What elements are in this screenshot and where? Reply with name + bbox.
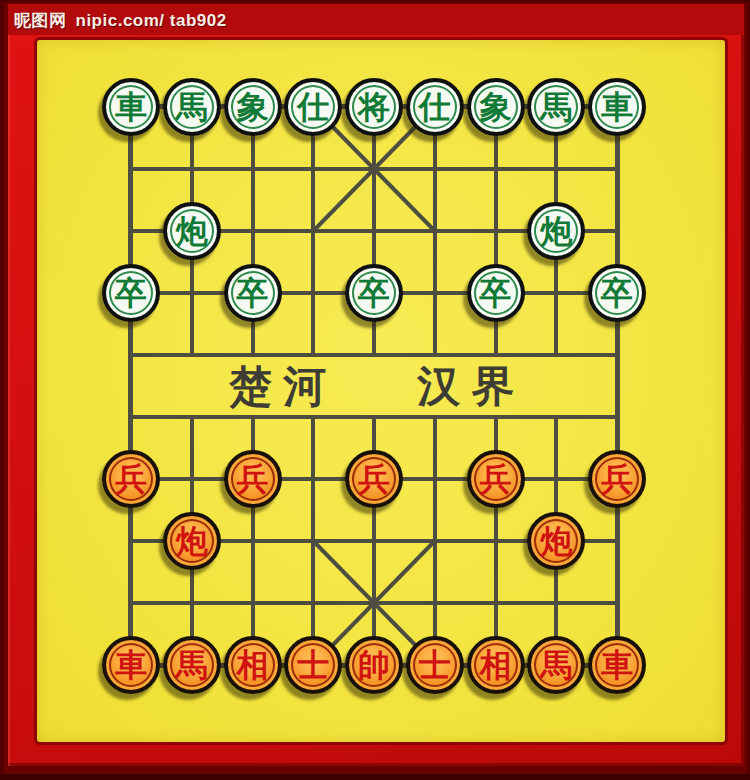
screenshot-canvas: 昵图网 nipic.com/ tab902 楚河 汉界 車馬象仕将仕象馬車炮炮卒…: [0, 0, 750, 780]
piece-green-advisor[interactable]: 仕: [406, 78, 464, 136]
piece-green-horse[interactable]: 馬: [527, 78, 585, 136]
piece-red-soldier[interactable]: 兵: [467, 450, 525, 508]
piece-green-soldier[interactable]: 卒: [224, 264, 282, 322]
piece-green-soldier[interactable]: 卒: [102, 264, 160, 322]
piece-green-cannon[interactable]: 炮: [527, 202, 585, 260]
piece-red-elephant[interactable]: 相: [224, 636, 282, 694]
nipic-logo: 昵图网: [14, 9, 67, 32]
piece-green-elephant[interactable]: 象: [224, 78, 282, 136]
piece-red-horse[interactable]: 馬: [527, 636, 585, 694]
piece-red-advisor[interactable]: 士: [284, 636, 342, 694]
piece-red-general[interactable]: 帥: [345, 636, 403, 694]
piece-green-cannon[interactable]: 炮: [163, 202, 221, 260]
watermark: 昵图网 nipic.com/ tab902: [14, 9, 227, 32]
piece-red-cannon[interactable]: 炮: [527, 512, 585, 570]
piece-green-elephant[interactable]: 象: [467, 78, 525, 136]
piece-green-chariot[interactable]: 車: [588, 78, 646, 136]
piece-red-chariot[interactable]: 車: [102, 636, 160, 694]
piece-green-general[interactable]: 将: [345, 78, 403, 136]
xiangqi-board[interactable]: 楚河 汉界 車馬象仕将仕象馬車炮炮卒卒卒卒卒兵兵兵兵兵炮炮車馬相士帥士相馬車: [131, 107, 617, 665]
river-label-left: 楚河: [229, 365, 337, 408]
piece-green-soldier[interactable]: 卒: [588, 264, 646, 322]
piece-green-horse[interactable]: 馬: [163, 78, 221, 136]
piece-red-soldier[interactable]: 兵: [224, 450, 282, 508]
piece-red-soldier[interactable]: 兵: [345, 450, 403, 508]
piece-green-chariot[interactable]: 車: [102, 78, 160, 136]
piece-red-cannon[interactable]: 炮: [163, 512, 221, 570]
piece-red-soldier[interactable]: 兵: [102, 450, 160, 508]
piece-green-soldier[interactable]: 卒: [467, 264, 525, 322]
piece-green-soldier[interactable]: 卒: [345, 264, 403, 322]
palace-diagonals: [131, 107, 617, 665]
piece-red-elephant[interactable]: 相: [467, 636, 525, 694]
piece-green-advisor[interactable]: 仕: [284, 78, 342, 136]
watermark-url: nipic.com/ tab902: [76, 11, 227, 31]
piece-red-horse[interactable]: 馬: [163, 636, 221, 694]
piece-red-advisor[interactable]: 士: [406, 636, 464, 694]
piece-red-chariot[interactable]: 車: [588, 636, 646, 694]
piece-red-soldier[interactable]: 兵: [588, 450, 646, 508]
river-label-right: 汉界: [417, 365, 525, 408]
board-panel: 楚河 汉界 車馬象仕将仕象馬車炮炮卒卒卒卒卒兵兵兵兵兵炮炮車馬相士帥士相馬車: [37, 40, 725, 742]
